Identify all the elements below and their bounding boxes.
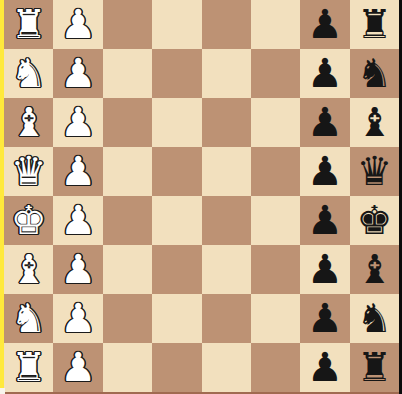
piece-white-bishop: ♝ [11, 249, 47, 289]
square-d5[interactable] [152, 147, 201, 196]
piece-black-rook: ♜ [356, 4, 392, 44]
piece-white-pawn: ♟ [60, 4, 96, 44]
square-g8[interactable]: ♟ [300, 0, 349, 49]
piece-white-knight: ♞ [11, 298, 47, 338]
square-h2[interactable]: ♞ [350, 294, 399, 343]
square-h7[interactable]: ♞ [350, 49, 399, 98]
square-a6[interactable]: ♝ [4, 98, 53, 147]
piece-black-pawn: ♟ [307, 151, 343, 191]
square-e2[interactable] [202, 294, 251, 343]
piece-black-pawn: ♟ [307, 298, 343, 338]
piece-white-queen: ♛ [11, 151, 47, 191]
square-e6[interactable] [202, 98, 251, 147]
piece-black-knight: ♞ [356, 53, 392, 93]
square-a1[interactable]: ♜ [4, 343, 53, 392]
square-g3[interactable]: ♟ [300, 245, 349, 294]
square-f5[interactable] [251, 147, 300, 196]
square-f3[interactable] [251, 245, 300, 294]
square-f4[interactable] [251, 196, 300, 245]
square-b4[interactable]: ♟ [53, 196, 102, 245]
square-c2[interactable] [103, 294, 152, 343]
square-a8[interactable]: ♜ [4, 0, 53, 49]
square-b3[interactable]: ♟ [53, 245, 102, 294]
piece-white-rook: ♜ [11, 347, 47, 387]
piece-white-rook: ♜ [11, 4, 47, 44]
square-c8[interactable] [103, 0, 152, 49]
square-d4[interactable] [152, 196, 201, 245]
square-b6[interactable]: ♟ [53, 98, 102, 147]
square-h4[interactable]: ♚ [350, 196, 399, 245]
square-c7[interactable] [103, 49, 152, 98]
square-f1[interactable] [251, 343, 300, 392]
square-d7[interactable] [152, 49, 201, 98]
piece-white-pawn: ♟ [60, 151, 96, 191]
square-h5[interactable]: ♛ [350, 147, 399, 196]
square-g2[interactable]: ♟ [300, 294, 349, 343]
square-h8[interactable]: ♜ [350, 0, 399, 49]
square-c4[interactable] [103, 196, 152, 245]
square-a2[interactable]: ♞ [4, 294, 53, 343]
piece-white-pawn: ♟ [60, 249, 96, 289]
square-g1[interactable]: ♟ [300, 343, 349, 392]
square-h1[interactable]: ♜ [350, 343, 399, 392]
square-g6[interactable]: ♟ [300, 98, 349, 147]
square-f2[interactable] [251, 294, 300, 343]
square-c1[interactable] [103, 343, 152, 392]
piece-black-queen: ♛ [356, 151, 392, 191]
piece-white-pawn: ♟ [60, 53, 96, 93]
square-a5[interactable]: ♛ [4, 147, 53, 196]
square-e1[interactable] [202, 343, 251, 392]
square-f7[interactable] [251, 49, 300, 98]
left-edge-yellow-strip [0, 0, 4, 388]
square-d6[interactable] [152, 98, 201, 147]
square-g5[interactable]: ♟ [300, 147, 349, 196]
piece-black-knight: ♞ [356, 298, 392, 338]
square-a4[interactable]: ♚ [4, 196, 53, 245]
chess-board-screenshot: ♜♟♟♜♞♟♟♞♝♟♟♝♛♟♟♛♚♟♟♚♝♟♟♝♞♟♟♞♜♟♟♜ [0, 0, 402, 394]
square-g4[interactable]: ♟ [300, 196, 349, 245]
square-b7[interactable]: ♟ [53, 49, 102, 98]
piece-white-pawn: ♟ [60, 200, 96, 240]
piece-black-pawn: ♟ [307, 249, 343, 289]
square-d8[interactable] [152, 0, 201, 49]
square-b8[interactable]: ♟ [53, 0, 102, 49]
square-h3[interactable]: ♝ [350, 245, 399, 294]
piece-black-pawn: ♟ [307, 347, 343, 387]
piece-black-pawn: ♟ [307, 4, 343, 44]
piece-black-king: ♚ [356, 200, 392, 240]
piece-black-rook: ♜ [356, 347, 392, 387]
piece-white-pawn: ♟ [60, 298, 96, 338]
piece-white-pawn: ♟ [60, 102, 96, 142]
square-e5[interactable] [202, 147, 251, 196]
square-d2[interactable] [152, 294, 201, 343]
piece-black-pawn: ♟ [307, 200, 343, 240]
square-d1[interactable] [152, 343, 201, 392]
square-b5[interactable]: ♟ [53, 147, 102, 196]
square-h6[interactable]: ♝ [350, 98, 399, 147]
square-b2[interactable]: ♟ [53, 294, 102, 343]
square-e4[interactable] [202, 196, 251, 245]
square-e7[interactable] [202, 49, 251, 98]
piece-black-pawn: ♟ [307, 102, 343, 142]
square-c5[interactable] [103, 147, 152, 196]
square-e3[interactable] [202, 245, 251, 294]
piece-white-knight: ♞ [11, 53, 47, 93]
left-edge-strip-end [0, 388, 5, 394]
piece-black-pawn: ♟ [307, 53, 343, 93]
piece-white-king: ♚ [11, 200, 47, 240]
square-e8[interactable] [202, 0, 251, 49]
chess-board: ♜♟♟♜♞♟♟♞♝♟♟♝♛♟♟♛♚♟♟♚♝♟♟♝♞♟♟♞♜♟♟♜ [4, 0, 399, 392]
square-f8[interactable] [251, 0, 300, 49]
square-d3[interactable] [152, 245, 201, 294]
square-c6[interactable] [103, 98, 152, 147]
square-b1[interactable]: ♟ [53, 343, 102, 392]
square-a7[interactable]: ♞ [4, 49, 53, 98]
piece-white-pawn: ♟ [60, 347, 96, 387]
piece-white-bishop: ♝ [11, 102, 47, 142]
square-f6[interactable] [251, 98, 300, 147]
piece-black-bishop: ♝ [356, 102, 392, 142]
square-a3[interactable]: ♝ [4, 245, 53, 294]
piece-black-bishop: ♝ [356, 249, 392, 289]
square-g7[interactable]: ♟ [300, 49, 349, 98]
square-c3[interactable] [103, 245, 152, 294]
